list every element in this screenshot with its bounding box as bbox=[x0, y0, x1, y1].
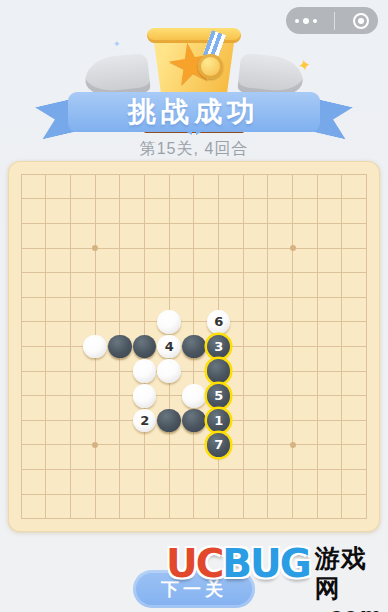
board-cell-10-0[interactable] bbox=[256, 162, 281, 187]
board-cell-0-6[interactable] bbox=[9, 310, 34, 335]
board-cell-14-6[interactable] bbox=[354, 310, 379, 335]
board-cell-7-6[interactable] bbox=[182, 310, 207, 335]
board-cell-6-0[interactable] bbox=[157, 162, 182, 187]
board-cell-10-7[interactable] bbox=[256, 334, 281, 359]
board-cell-0-4[interactable] bbox=[9, 260, 34, 285]
board-cell-11-13[interactable] bbox=[280, 482, 305, 507]
board-cell-13-6[interactable] bbox=[330, 310, 355, 335]
board-cell-7-0[interactable] bbox=[182, 162, 207, 187]
board-cell-7-12[interactable] bbox=[182, 457, 207, 482]
board-cell-5-9[interactable] bbox=[132, 383, 157, 408]
board-cell-12-2[interactable] bbox=[305, 211, 330, 236]
board-cell-10-8[interactable] bbox=[256, 359, 281, 384]
board-cell-2-14[interactable] bbox=[58, 506, 83, 531]
board-cell-9-7[interactable] bbox=[231, 334, 256, 359]
board-cell-7-4[interactable] bbox=[182, 260, 207, 285]
board-cell-2-11[interactable] bbox=[58, 433, 83, 458]
board-cell-4-5[interactable] bbox=[108, 285, 133, 310]
board-cell-11-12[interactable] bbox=[280, 457, 305, 482]
board-cell-13-4[interactable] bbox=[330, 260, 355, 285]
board-cell-5-7[interactable] bbox=[132, 334, 157, 359]
board-cell-2-6[interactable] bbox=[58, 310, 83, 335]
watermark-site: 游戏网 bbox=[315, 544, 388, 604]
board-cell-2-0[interactable] bbox=[58, 162, 83, 187]
board-cell-10-10[interactable] bbox=[256, 408, 281, 433]
board-cell-2-1[interactable] bbox=[58, 187, 83, 212]
board-cell-3-0[interactable] bbox=[83, 162, 108, 187]
board-cell-1-12[interactable] bbox=[34, 457, 59, 482]
board-cell-6-11[interactable] bbox=[157, 433, 182, 458]
board-cell-0-10[interactable] bbox=[9, 408, 34, 433]
board-cell-4-9[interactable] bbox=[108, 383, 133, 408]
board-cell-3-8[interactable] bbox=[83, 359, 108, 384]
gomoku-board[interactable]: 6435217 bbox=[8, 161, 380, 532]
stone-black-move-5: 5 bbox=[207, 384, 231, 408]
board-cell-1-14[interactable] bbox=[34, 506, 59, 531]
board-cell-0-9[interactable] bbox=[9, 383, 34, 408]
board-cell-0-0[interactable] bbox=[9, 162, 34, 187]
board-cell-4-12[interactable] bbox=[108, 457, 133, 482]
board-cell-11-4[interactable] bbox=[280, 260, 305, 285]
board-cell-10-9[interactable] bbox=[256, 383, 281, 408]
board-cell-9-11[interactable] bbox=[231, 433, 256, 458]
board-cell-11-7[interactable] bbox=[280, 334, 305, 359]
board-cell-12-4[interactable] bbox=[305, 260, 330, 285]
board-cell-9-13[interactable] bbox=[231, 482, 256, 507]
board-cell-0-13[interactable] bbox=[9, 482, 34, 507]
level-round-info: 第15关, 4回合 bbox=[0, 139, 388, 160]
board-cell-7-11[interactable] bbox=[182, 433, 207, 458]
board-cell-9-1[interactable] bbox=[231, 187, 256, 212]
board-cell-6-13[interactable] bbox=[157, 482, 182, 507]
board-cell-14-7[interactable] bbox=[354, 334, 379, 359]
board-cell-9-5[interactable] bbox=[231, 285, 256, 310]
stone-black bbox=[157, 409, 181, 433]
board-cell-4-1[interactable] bbox=[108, 187, 133, 212]
board-cell-8-5[interactable] bbox=[206, 285, 231, 310]
board-cell-10-13[interactable] bbox=[256, 482, 281, 507]
board-cell-5-3[interactable] bbox=[132, 236, 157, 261]
board-cell-6-8[interactable] bbox=[157, 359, 182, 384]
star-point bbox=[92, 245, 98, 251]
board-cell-2-2[interactable] bbox=[58, 211, 83, 236]
board-cell-6-7[interactable]: 4 bbox=[157, 334, 182, 359]
board-cell-8-13[interactable] bbox=[206, 482, 231, 507]
board-cell-14-1[interactable] bbox=[354, 187, 379, 212]
board-cell-13-1[interactable] bbox=[330, 187, 355, 212]
board-cell-3-14[interactable] bbox=[83, 506, 108, 531]
board-cell-5-10[interactable]: 2 bbox=[132, 408, 157, 433]
board-cell-12-7[interactable] bbox=[305, 334, 330, 359]
board-cell-13-3[interactable] bbox=[330, 236, 355, 261]
board-cell-1-9[interactable] bbox=[34, 383, 59, 408]
board-cell-3-1[interactable] bbox=[83, 187, 108, 212]
board-cell-6-9[interactable] bbox=[157, 383, 182, 408]
board-cell-4-13[interactable] bbox=[108, 482, 133, 507]
board-cell-12-14[interactable] bbox=[305, 506, 330, 531]
stone-white-move-6: 6 bbox=[207, 310, 231, 334]
board-cell-9-0[interactable] bbox=[231, 162, 256, 187]
board-cell-7-5[interactable] bbox=[182, 285, 207, 310]
board-cell-12-1[interactable] bbox=[305, 187, 330, 212]
more-icon[interactable] bbox=[295, 18, 317, 24]
board-cell-1-11[interactable] bbox=[34, 433, 59, 458]
board-cell-14-10[interactable] bbox=[354, 408, 379, 433]
board-cell-6-10[interactable] bbox=[157, 408, 182, 433]
board-cell-12-12[interactable] bbox=[305, 457, 330, 482]
watermark-com: .com bbox=[319, 604, 384, 612]
board-cell-8-2[interactable] bbox=[206, 211, 231, 236]
board-cell-7-8[interactable] bbox=[182, 359, 207, 384]
board-cell-2-9[interactable] bbox=[58, 383, 83, 408]
board-cell-12-0[interactable] bbox=[305, 162, 330, 187]
board-cell-14-0[interactable] bbox=[354, 162, 379, 187]
board-cell-0-3[interactable] bbox=[9, 236, 34, 261]
board-cell-13-2[interactable] bbox=[330, 211, 355, 236]
board-cell-4-10[interactable] bbox=[108, 408, 133, 433]
board-cell-6-6[interactable] bbox=[157, 310, 182, 335]
board-cell-0-5[interactable] bbox=[9, 285, 34, 310]
board-cell-8-0[interactable] bbox=[206, 162, 231, 187]
success-banner: 挑战成功 bbox=[68, 92, 320, 132]
board-cell-1-8[interactable] bbox=[34, 359, 59, 384]
stone-black-move-3: 3 bbox=[207, 335, 231, 359]
exit-icon[interactable] bbox=[353, 13, 369, 29]
board-cell-13-7[interactable] bbox=[330, 334, 355, 359]
board-cell-13-0[interactable] bbox=[330, 162, 355, 187]
board-cell-13-14[interactable] bbox=[330, 506, 355, 531]
board-cell-5-5[interactable] bbox=[132, 285, 157, 310]
board-cell-12-8[interactable] bbox=[305, 359, 330, 384]
board-cell-8-12[interactable] bbox=[206, 457, 231, 482]
stone-white-move-4: 4 bbox=[157, 335, 181, 359]
board-cell-13-12[interactable] bbox=[330, 457, 355, 482]
board-cell-3-13[interactable] bbox=[83, 482, 108, 507]
board-cell-8-10[interactable]: 1 bbox=[206, 408, 231, 433]
board-cell-5-12[interactable] bbox=[132, 457, 157, 482]
board-cell-7-14[interactable] bbox=[182, 506, 207, 531]
board-cell-11-3[interactable] bbox=[280, 236, 305, 261]
board-cell-5-11[interactable] bbox=[132, 433, 157, 458]
board-cell-8-4[interactable] bbox=[206, 260, 231, 285]
board-cell-4-6[interactable] bbox=[108, 310, 133, 335]
board-cell-2-7[interactable] bbox=[58, 334, 83, 359]
board-cell-9-2[interactable] bbox=[231, 211, 256, 236]
board-cell-3-5[interactable] bbox=[83, 285, 108, 310]
board-cell-12-11[interactable] bbox=[305, 433, 330, 458]
board-cell-11-0[interactable] bbox=[280, 162, 305, 187]
board-cell-8-3[interactable] bbox=[206, 236, 231, 261]
board-cell-12-5[interactable] bbox=[305, 285, 330, 310]
board-cell-12-3[interactable] bbox=[305, 236, 330, 261]
stone-white bbox=[133, 359, 157, 383]
board-cell-1-10[interactable] bbox=[34, 408, 59, 433]
board-cell-1-3[interactable] bbox=[34, 236, 59, 261]
board-cell-5-6[interactable] bbox=[132, 310, 157, 335]
board-cell-0-7[interactable] bbox=[9, 334, 34, 359]
board-cell-14-8[interactable] bbox=[354, 359, 379, 384]
stone-black bbox=[207, 359, 231, 383]
board-cell-1-1[interactable] bbox=[34, 187, 59, 212]
board-cell-9-6[interactable] bbox=[231, 310, 256, 335]
board-cell-14-5[interactable] bbox=[354, 285, 379, 310]
board-cell-8-6[interactable]: 6 bbox=[206, 310, 231, 335]
board-cell-3-12[interactable] bbox=[83, 457, 108, 482]
stone-black bbox=[108, 335, 132, 359]
stone-black-move-1: 1 bbox=[207, 409, 231, 433]
board-cell-3-3[interactable] bbox=[83, 236, 108, 261]
board-cell-10-14[interactable] bbox=[256, 506, 281, 531]
board-cell-3-10[interactable] bbox=[83, 408, 108, 433]
board-cell-0-2[interactable] bbox=[9, 211, 34, 236]
board-cell-11-9[interactable] bbox=[280, 383, 305, 408]
board-cell-5-13[interactable] bbox=[132, 482, 157, 507]
board-cell-7-3[interactable] bbox=[182, 236, 207, 261]
board-cell-2-12[interactable] bbox=[58, 457, 83, 482]
board-cell-11-5[interactable] bbox=[280, 285, 305, 310]
board-cell-8-14[interactable] bbox=[206, 506, 231, 531]
board-cell-14-4[interactable] bbox=[354, 260, 379, 285]
star-point bbox=[290, 245, 296, 251]
stone-black bbox=[133, 335, 157, 359]
board-cell-14-14[interactable] bbox=[354, 506, 379, 531]
board-cell-0-12[interactable] bbox=[9, 457, 34, 482]
board-cell-6-12[interactable] bbox=[157, 457, 182, 482]
board-cell-9-4[interactable] bbox=[231, 260, 256, 285]
stone-white bbox=[83, 335, 107, 359]
board-cell-7-7[interactable] bbox=[182, 334, 207, 359]
board-cell-1-6[interactable] bbox=[34, 310, 59, 335]
board-cell-1-13[interactable] bbox=[34, 482, 59, 507]
board-cell-6-3[interactable] bbox=[157, 236, 182, 261]
board-cell-5-0[interactable] bbox=[132, 162, 157, 187]
stone-black-move-7: 7 bbox=[207, 433, 231, 457]
board-cell-5-4[interactable] bbox=[132, 260, 157, 285]
board-cell-6-2[interactable] bbox=[157, 211, 182, 236]
capsule-divider bbox=[334, 12, 335, 30]
board-cell-0-1[interactable] bbox=[9, 187, 34, 212]
board-cell-4-8[interactable] bbox=[108, 359, 133, 384]
board-cell-14-2[interactable] bbox=[354, 211, 379, 236]
board-cell-2-8[interactable] bbox=[58, 359, 83, 384]
board-cell-4-11[interactable] bbox=[108, 433, 133, 458]
board-cell-13-13[interactable] bbox=[330, 482, 355, 507]
board-cell-9-12[interactable] bbox=[231, 457, 256, 482]
board-cell-6-14[interactable] bbox=[157, 506, 182, 531]
board-cell-2-4[interactable] bbox=[58, 260, 83, 285]
board-cell-10-4[interactable] bbox=[256, 260, 281, 285]
board-cell-10-12[interactable] bbox=[256, 457, 281, 482]
board-cell-1-4[interactable] bbox=[34, 260, 59, 285]
board-cell-9-14[interactable] bbox=[231, 506, 256, 531]
board-cell-2-10[interactable] bbox=[58, 408, 83, 433]
board-cell-8-1[interactable] bbox=[206, 187, 231, 212]
board-cell-11-1[interactable] bbox=[280, 187, 305, 212]
board-cell-1-5[interactable] bbox=[34, 285, 59, 310]
board-cell-6-4[interactable] bbox=[157, 260, 182, 285]
board-cell-7-1[interactable] bbox=[182, 187, 207, 212]
next-level-button[interactable]: 下一关 bbox=[133, 570, 255, 608]
board-cell-4-14[interactable] bbox=[108, 506, 133, 531]
board-cell-14-3[interactable] bbox=[354, 236, 379, 261]
board-cell-11-2[interactable] bbox=[280, 211, 305, 236]
board-cell-9-9[interactable] bbox=[231, 383, 256, 408]
board-cell-14-12[interactable] bbox=[354, 457, 379, 482]
stone-white bbox=[157, 359, 181, 383]
board-cell-10-5[interactable] bbox=[256, 285, 281, 310]
board-cell-11-14[interactable] bbox=[280, 506, 305, 531]
board-cell-8-8[interactable] bbox=[206, 359, 231, 384]
board-cell-6-1[interactable] bbox=[157, 187, 182, 212]
board-cell-2-5[interactable] bbox=[58, 285, 83, 310]
board-cell-10-6[interactable] bbox=[256, 310, 281, 335]
board-grid: 6435217 bbox=[9, 162, 379, 531]
board-cell-5-14[interactable] bbox=[132, 506, 157, 531]
stone-black bbox=[182, 409, 206, 433]
board-cell-3-7[interactable] bbox=[83, 334, 108, 359]
board-cell-13-11[interactable] bbox=[330, 433, 355, 458]
board-cell-4-0[interactable] bbox=[108, 162, 133, 187]
board-cell-4-4[interactable] bbox=[108, 260, 133, 285]
board-cell-13-10[interactable] bbox=[330, 408, 355, 433]
board-cell-12-10[interactable] bbox=[305, 408, 330, 433]
board-cell-9-8[interactable] bbox=[231, 359, 256, 384]
board-cell-10-1[interactable] bbox=[256, 187, 281, 212]
stone-white bbox=[133, 384, 157, 408]
board-cell-14-9[interactable] bbox=[354, 383, 379, 408]
board-cell-1-2[interactable] bbox=[34, 211, 59, 236]
board-cell-5-1[interactable] bbox=[132, 187, 157, 212]
board-cell-11-6[interactable] bbox=[280, 310, 305, 335]
board-cell-7-13[interactable] bbox=[182, 482, 207, 507]
stone-white bbox=[182, 384, 206, 408]
board-cell-11-8[interactable] bbox=[280, 359, 305, 384]
board-cell-14-11[interactable] bbox=[354, 433, 379, 458]
board-cell-10-3[interactable] bbox=[256, 236, 281, 261]
board-cell-11-11[interactable] bbox=[280, 433, 305, 458]
board-cell-12-6[interactable] bbox=[305, 310, 330, 335]
board-cell-0-14[interactable] bbox=[9, 506, 34, 531]
board-cell-8-11[interactable]: 7 bbox=[206, 433, 231, 458]
board-cell-8-9[interactable]: 5 bbox=[206, 383, 231, 408]
board-cell-13-9[interactable] bbox=[330, 383, 355, 408]
star-point bbox=[92, 442, 98, 448]
board-cell-1-7[interactable] bbox=[34, 334, 59, 359]
board-cell-3-9[interactable] bbox=[83, 383, 108, 408]
sparkle-icon: ✦ bbox=[296, 57, 312, 75]
board-cell-8-7[interactable]: 3 bbox=[206, 334, 231, 359]
board-cell-13-8[interactable] bbox=[330, 359, 355, 384]
board-cell-11-10[interactable] bbox=[280, 408, 305, 433]
board-cell-6-5[interactable] bbox=[157, 285, 182, 310]
stone-white-move-2: 2 bbox=[133, 409, 157, 433]
board-cell-10-2[interactable] bbox=[256, 211, 281, 236]
board-cell-3-2[interactable] bbox=[83, 211, 108, 236]
board-cell-3-4[interactable] bbox=[83, 260, 108, 285]
board-cell-12-13[interactable] bbox=[305, 482, 330, 507]
board-cell-2-3[interactable] bbox=[58, 236, 83, 261]
star-point bbox=[290, 442, 296, 448]
board-cell-7-9[interactable] bbox=[182, 383, 207, 408]
stone-white bbox=[157, 310, 181, 334]
board-cell-4-2[interactable] bbox=[108, 211, 133, 236]
board-cell-0-8[interactable] bbox=[9, 359, 34, 384]
board-cell-14-13[interactable] bbox=[354, 482, 379, 507]
sparkle-icon: ✦ bbox=[113, 40, 121, 49]
board-cell-3-11[interactable] bbox=[83, 433, 108, 458]
stone-black bbox=[182, 335, 206, 359]
board-cell-9-3[interactable] bbox=[231, 236, 256, 261]
board-cell-12-9[interactable] bbox=[305, 383, 330, 408]
board-cell-7-10[interactable] bbox=[182, 408, 207, 433]
board-cell-5-8[interactable] bbox=[132, 359, 157, 384]
board-cell-10-11[interactable] bbox=[256, 433, 281, 458]
board-cell-4-7[interactable] bbox=[108, 334, 133, 359]
board-cell-7-2[interactable] bbox=[182, 211, 207, 236]
board-cell-4-3[interactable] bbox=[108, 236, 133, 261]
board-cell-1-0[interactable] bbox=[34, 162, 59, 187]
medal-icon bbox=[198, 54, 223, 79]
banner-title: 挑战成功 bbox=[68, 92, 320, 132]
board-cell-13-5[interactable] bbox=[330, 285, 355, 310]
board-cell-5-2[interactable] bbox=[132, 211, 157, 236]
app-screen: ★ ✦ ✦ ✦ ✦ 挑战成功 第15关, 4回合 6435217 下一关 UC … bbox=[0, 0, 388, 612]
board-cell-3-6[interactable] bbox=[83, 310, 108, 335]
board-cell-2-13[interactable] bbox=[58, 482, 83, 507]
board-cell-0-11[interactable] bbox=[9, 433, 34, 458]
board-cell-9-10[interactable] bbox=[231, 408, 256, 433]
